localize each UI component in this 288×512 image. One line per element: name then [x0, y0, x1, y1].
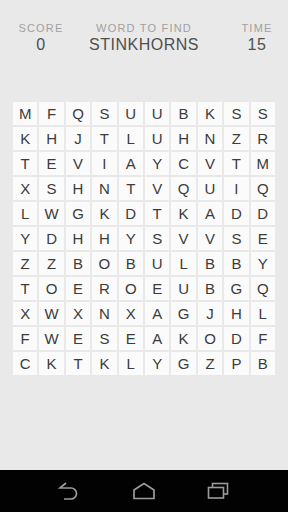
grid-cell-r2c10[interactable]: R — [251, 127, 275, 150]
grid-cell-r7c9[interactable]: B — [224, 252, 248, 275]
time-block: TIME 15 — [226, 22, 288, 54]
grid-cell-r3c5[interactable]: A — [119, 152, 143, 175]
grid-cell-r9c5[interactable]: X — [119, 302, 143, 325]
grid-cell-r7c7[interactable]: L — [171, 252, 195, 275]
grid-cell-r11c10[interactable]: B — [251, 352, 275, 375]
home-button[interactable] — [131, 481, 157, 501]
grid-cell-r11c7[interactable]: G — [171, 352, 195, 375]
grid-cell-r4c5[interactable]: T — [119, 177, 143, 200]
grid-cell-r2c4[interactable]: T — [92, 127, 116, 150]
grid-cell-r3c4[interactable]: I — [92, 152, 116, 175]
grid-cell-r8c1[interactable]: T — [13, 277, 37, 300]
grid-cell-r8c7[interactable]: U — [171, 277, 195, 300]
grid-cell-r5c3[interactable]: G — [66, 202, 90, 225]
grid-cell-r10c6[interactable]: A — [145, 327, 169, 350]
grid-cell-r10c3[interactable]: E — [66, 327, 90, 350]
grid-cell-r6c10[interactable]: E — [251, 227, 275, 250]
grid-cell-r8c10[interactable]: Q — [251, 277, 275, 300]
grid-cell-r8c5[interactable]: O — [119, 277, 143, 300]
grid-cell-r6c9[interactable]: S — [224, 227, 248, 250]
grid-cell-r1c10[interactable]: S — [251, 102, 275, 125]
grid-cell-r1c6[interactable]: U — [145, 102, 169, 125]
grid-cell-r7c3[interactable]: B — [66, 252, 90, 275]
android-nav-bar — [0, 470, 288, 512]
grid-cell-r3c10[interactable]: M — [251, 152, 275, 175]
grid-cell-r6c6[interactable]: S — [145, 227, 169, 250]
grid-cell-r2c3[interactable]: J — [66, 127, 90, 150]
grid-cell-r1c5[interactable]: U — [119, 102, 143, 125]
back-icon — [58, 482, 82, 500]
grid-cell-r7c2[interactable]: Z — [39, 252, 63, 275]
grid-cell-r1c1[interactable]: M — [13, 102, 37, 125]
score-value: 0 — [0, 36, 82, 54]
grid-cell-r3c7[interactable]: C — [171, 152, 195, 175]
grid-cell-r11c5[interactable]: L — [119, 352, 143, 375]
recents-icon — [206, 482, 230, 500]
grid-cell-r3c9[interactable]: T — [224, 152, 248, 175]
score-label: SCORE — [0, 22, 82, 35]
grid-cell-r2c1[interactable]: K — [13, 127, 37, 150]
grid-cell-r5c7[interactable]: K — [171, 202, 195, 225]
word-to-find-label: WORD TO FIND — [89, 22, 199, 35]
grid-cell-r3c1[interactable]: T — [13, 152, 37, 175]
grid-cell-r10c10[interactable]: F — [251, 327, 275, 350]
grid-cell-r6c3[interactable]: H — [66, 227, 90, 250]
grid-cell-r10c1[interactable]: F — [13, 327, 37, 350]
grid-cell-r10c8[interactable]: O — [198, 327, 222, 350]
grid-cell-r8c2[interactable]: O — [39, 277, 63, 300]
grid-cell-r6c5[interactable]: Y — [119, 227, 143, 250]
grid-cell-r11c6[interactable]: Y — [145, 352, 169, 375]
grid-cell-r2c7[interactable]: H — [171, 127, 195, 150]
grid-cell-r7c5[interactable]: B — [119, 252, 143, 275]
grid-cell-r3c8[interactable]: V — [198, 152, 222, 175]
grid-cell-r4c4[interactable]: N — [92, 177, 116, 200]
grid-cell-r11c9[interactable]: P — [224, 352, 248, 375]
grid-cell-r9c3[interactable]: X — [66, 302, 90, 325]
grid-cell-r2c6[interactable]: U — [145, 127, 169, 150]
grid-cell-r10c4[interactable]: S — [92, 327, 116, 350]
grid-cell-r9c2[interactable]: W — [39, 302, 63, 325]
grid-cell-r7c8[interactable]: B — [198, 252, 222, 275]
grid-cell-r7c6[interactable]: U — [145, 252, 169, 275]
grid-cell-r4c10[interactable]: Q — [251, 177, 275, 200]
grid-cell-r10c9[interactable]: D — [224, 327, 248, 350]
grid-cell-r2c8[interactable]: N — [198, 127, 222, 150]
game-header: SCORE 0 WORD TO FIND STINKHORNS TIME 15 — [0, 0, 288, 54]
grid-cell-r1c4[interactable]: S — [92, 102, 116, 125]
grid-cell-r5c9[interactable]: D — [224, 202, 248, 225]
grid-cell-r9c4[interactable]: N — [92, 302, 116, 325]
grid-cell-r8c8[interactable]: B — [198, 277, 222, 300]
grid-cell-r4c9[interactable]: I — [224, 177, 248, 200]
grid-cell-r9c7[interactable]: G — [171, 302, 195, 325]
grid-cell-r4c8[interactable]: U — [198, 177, 222, 200]
grid-cell-r8c3[interactable]: E — [66, 277, 90, 300]
grid-cell-r9c6[interactable]: A — [145, 302, 169, 325]
grid-cell-r2c5[interactable]: L — [119, 127, 143, 150]
grid-cell-r6c8[interactable]: V — [198, 227, 222, 250]
grid-cell-r6c1[interactable]: Y — [13, 227, 37, 250]
grid-cell-r3c3[interactable]: V — [66, 152, 90, 175]
grid-cell-r7c4[interactable]: O — [92, 252, 116, 275]
grid-cell-r6c4[interactable]: H — [92, 227, 116, 250]
grid-cell-r5c5[interactable]: D — [119, 202, 143, 225]
grid-cell-r2c2[interactable]: H — [39, 127, 63, 150]
grid-cell-r10c7[interactable]: K — [171, 327, 195, 350]
grid-cell-r10c2[interactable]: W — [39, 327, 63, 350]
grid-cell-r1c8[interactable]: K — [198, 102, 222, 125]
grid-cell-r7c10[interactable]: Y — [251, 252, 275, 275]
word-search-app-screen: SCORE 0 WORD TO FIND STINKHORNS TIME 15 … — [0, 0, 288, 512]
back-button[interactable] — [57, 481, 83, 501]
grid-cell-r5c6[interactable]: T — [145, 202, 169, 225]
grid-cell-r10c5[interactable]: E — [119, 327, 143, 350]
grid-cell-r2c9[interactable]: Z — [224, 127, 248, 150]
word-to-find-value: STINKHORNS — [89, 36, 199, 54]
grid-cell-r11c4[interactable]: K — [92, 352, 116, 375]
grid-cell-r4c6[interactable]: V — [145, 177, 169, 200]
grid-cell-r4c3[interactable]: H — [66, 177, 90, 200]
grid-cell-r11c3[interactable]: T — [66, 352, 90, 375]
grid-cell-r5c2[interactable]: W — [39, 202, 63, 225]
grid-cell-r6c7[interactable]: V — [171, 227, 195, 250]
score-block: SCORE 0 — [0, 22, 82, 54]
word-to-find-block: WORD TO FIND STINKHORNS — [89, 22, 199, 54]
grid-cell-r8c9[interactable]: G — [224, 277, 248, 300]
grid-cell-r1c9[interactable]: S — [224, 102, 248, 125]
grid-cell-r6c2[interactable]: D — [39, 227, 63, 250]
grid-cell-r1c2[interactable]: F — [39, 102, 63, 125]
recents-button[interactable] — [205, 481, 231, 501]
grid-cell-r8c4[interactable]: R — [92, 277, 116, 300]
time-value: 15 — [226, 36, 288, 54]
grid-cell-r5c10[interactable]: D — [251, 202, 275, 225]
grid-cell-r11c2[interactable]: K — [39, 352, 63, 375]
grid-cell-r3c2[interactable]: E — [39, 152, 63, 175]
time-label: TIME — [226, 22, 288, 35]
grid-cell-r5c1[interactable]: L — [13, 202, 37, 225]
home-icon — [131, 482, 157, 500]
grid-cell-r5c4[interactable]: K — [92, 202, 116, 225]
letter-grid: MFQSUUBKSSKHJTLUHNZRTEVIAYCVTMXSHNTVQUIQ… — [13, 102, 275, 375]
grid-cell-r4c1[interactable]: X — [13, 177, 37, 200]
grid-cell-r1c7[interactable]: B — [171, 102, 195, 125]
grid-cell-r11c1[interactable]: C — [13, 352, 37, 375]
grid-cell-r8c6[interactable]: E — [145, 277, 169, 300]
grid-cell-r11c8[interactable]: Z — [198, 352, 222, 375]
grid-cell-r9c9[interactable]: H — [224, 302, 248, 325]
grid-cell-r5c8[interactable]: A — [198, 202, 222, 225]
grid-cell-r4c7[interactable]: Q — [171, 177, 195, 200]
grid-cell-r4c2[interactable]: S — [39, 177, 63, 200]
grid-cell-r9c8[interactable]: J — [198, 302, 222, 325]
grid-cell-r1c3[interactable]: Q — [66, 102, 90, 125]
grid-cell-r9c1[interactable]: X — [13, 302, 37, 325]
grid-cell-r9c10[interactable]: L — [251, 302, 275, 325]
grid-cell-r7c1[interactable]: Z — [13, 252, 37, 275]
grid-cell-r3c6[interactable]: Y — [145, 152, 169, 175]
